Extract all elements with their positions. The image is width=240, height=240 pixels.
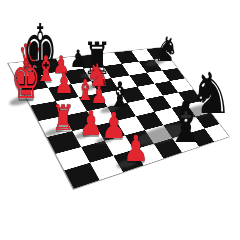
chess-illustration: ♛♚♟♞♝♟♜♚♟♞♝♟♝♜♟♟♞♟♝ [0, 0, 240, 240]
chessboard [7, 47, 230, 190]
